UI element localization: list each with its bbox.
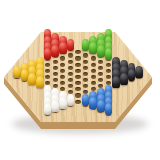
hole[interactable] <box>98 60 103 64</box>
hole[interactable] <box>91 63 96 67</box>
hole[interactable] <box>83 66 88 70</box>
peg-red[interactable] <box>44 48 52 60</box>
peg-black[interactable] <box>112 76 120 88</box>
hole[interactable] <box>91 75 96 79</box>
hole[interactable] <box>68 72 73 76</box>
hole[interactable] <box>83 78 88 82</box>
hole[interactable] <box>60 63 65 67</box>
peg-red[interactable] <box>67 39 75 51</box>
hole[interactable] <box>83 72 88 76</box>
hole[interactable] <box>75 75 80 79</box>
peg-yellow[interactable] <box>36 76 44 88</box>
peg-white[interactable] <box>44 103 52 115</box>
peg-green[interactable] <box>105 48 113 60</box>
hole[interactable] <box>106 69 111 73</box>
hole[interactable] <box>60 56 65 60</box>
hole[interactable] <box>60 75 65 79</box>
hole[interactable] <box>75 100 80 104</box>
hole[interactable] <box>75 63 80 67</box>
hole[interactable] <box>60 81 65 85</box>
hole[interactable] <box>106 63 111 67</box>
hole[interactable] <box>98 66 103 70</box>
hole[interactable] <box>68 66 73 70</box>
peg-red[interactable] <box>51 45 59 57</box>
hole[interactable] <box>91 56 96 60</box>
hole[interactable] <box>75 56 80 60</box>
peg-white[interactable] <box>51 100 59 112</box>
peg-green[interactable] <box>89 42 97 54</box>
hole[interactable] <box>75 87 80 91</box>
hole[interactable] <box>91 81 96 85</box>
hole[interactable] <box>68 53 73 57</box>
hole[interactable] <box>83 53 88 57</box>
hole[interactable] <box>75 81 80 85</box>
peg-blue[interactable] <box>89 97 97 109</box>
peg-green[interactable] <box>82 39 90 51</box>
hole[interactable] <box>75 69 80 73</box>
hole[interactable] <box>45 69 50 73</box>
hole[interactable] <box>53 72 58 76</box>
peg-white[interactable] <box>67 94 75 106</box>
hole[interactable] <box>106 75 111 79</box>
photo-scene <box>0 0 160 160</box>
peg-black[interactable] <box>128 69 136 81</box>
peg-black[interactable] <box>120 73 128 85</box>
hole[interactable] <box>45 63 50 67</box>
hole[interactable] <box>83 60 88 64</box>
peg-yellow[interactable] <box>21 69 29 81</box>
hole[interactable] <box>53 66 58 70</box>
peg-blue[interactable] <box>97 100 105 112</box>
hole[interactable] <box>60 69 65 73</box>
hole[interactable] <box>68 78 73 82</box>
hole[interactable] <box>68 60 73 64</box>
peg-yellow[interactable] <box>28 73 36 85</box>
peg-red[interactable] <box>59 42 67 54</box>
hole[interactable] <box>53 78 58 82</box>
hole[interactable] <box>98 72 103 76</box>
hole[interactable] <box>75 50 80 54</box>
hole[interactable] <box>83 84 88 88</box>
peg-blue[interactable] <box>82 94 90 106</box>
board-holes-layer <box>0 0 160 160</box>
hole[interactable] <box>91 69 96 73</box>
hole[interactable] <box>98 78 103 82</box>
hole[interactable] <box>53 60 58 64</box>
hole[interactable] <box>75 93 80 97</box>
peg-black[interactable] <box>135 66 143 78</box>
hole[interactable] <box>68 84 73 88</box>
peg-blue[interactable] <box>105 103 113 115</box>
peg-white[interactable] <box>59 97 67 109</box>
hole[interactable] <box>45 75 50 79</box>
peg-green[interactable] <box>97 45 105 57</box>
peg-yellow[interactable] <box>13 66 21 78</box>
